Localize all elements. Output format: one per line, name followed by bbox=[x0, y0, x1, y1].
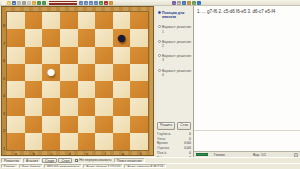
square-g3[interactable] bbox=[113, 98, 131, 115]
square-c4[interactable] bbox=[42, 81, 60, 98]
square-b6[interactable] bbox=[25, 47, 43, 64]
file-label-b: b bbox=[25, 151, 43, 155]
option-label: Вариант решения 1 bbox=[162, 25, 192, 33]
progress-text: Готово bbox=[214, 153, 225, 157]
square-f7[interactable] bbox=[95, 29, 113, 46]
square-e1[interactable] bbox=[78, 133, 96, 150]
square-d7[interactable] bbox=[60, 29, 78, 46]
square-d5[interactable] bbox=[60, 64, 78, 81]
square-h7[interactable] bbox=[130, 29, 148, 46]
board-squares: ●● bbox=[6, 11, 149, 151]
flip-board-icon[interactable]: ⇅ bbox=[109, 1, 113, 5]
square-e5[interactable] bbox=[78, 64, 96, 81]
analysis-icon[interactable]: ✦ bbox=[172, 1, 176, 5]
next-move-icon[interactable]: ▶ bbox=[89, 1, 93, 5]
square-h5[interactable] bbox=[130, 64, 148, 81]
position-eval-bars bbox=[49, 1, 77, 5]
copy-icon[interactable]: ❐ bbox=[27, 1, 31, 5]
square-a3[interactable] bbox=[7, 98, 25, 115]
solution-options-list: Позиция для анализаВариант решения 1Вари… bbox=[156, 11, 193, 77]
square-a6[interactable] bbox=[7, 47, 25, 64]
square-c8[interactable] bbox=[42, 12, 60, 29]
square-c5[interactable]: ● bbox=[42, 64, 60, 81]
radio-icon[interactable] bbox=[158, 25, 161, 28]
square-b3[interactable] bbox=[25, 98, 43, 115]
square-e8[interactable] bbox=[78, 12, 96, 29]
square-d2[interactable] bbox=[60, 116, 78, 133]
square-a1[interactable] bbox=[7, 133, 25, 150]
undo-icon[interactable]: ↶ bbox=[37, 1, 41, 5]
square-g5[interactable] bbox=[113, 64, 131, 81]
square-b8[interactable] bbox=[25, 12, 43, 29]
square-a2[interactable] bbox=[7, 116, 25, 133]
radio-icon[interactable] bbox=[158, 54, 161, 57]
open-folder-icon[interactable]: ▤ bbox=[7, 1, 11, 5]
file-labels: abcdefgh bbox=[7, 151, 150, 155]
database-icon[interactable]: ▦ bbox=[177, 1, 181, 5]
solve-button[interactable]: Решить bbox=[157, 122, 175, 130]
progress-right-text: Вар. 1/1 bbox=[253, 153, 266, 157]
square-g8[interactable] bbox=[113, 12, 131, 29]
square-h1[interactable] bbox=[130, 133, 148, 150]
option-label: Вариант решения 4 bbox=[162, 69, 192, 77]
settings-icon[interactable]: ⚒ bbox=[187, 1, 191, 5]
square-d1[interactable] bbox=[60, 133, 78, 150]
option-label: Вариант решения 2 bbox=[162, 40, 192, 48]
square-f2[interactable] bbox=[95, 116, 113, 133]
square-d3[interactable] bbox=[60, 98, 78, 115]
file-label-d: d bbox=[61, 151, 79, 155]
engine-icon[interactable]: ⚙ bbox=[182, 1, 186, 5]
square-f4[interactable] bbox=[95, 81, 113, 98]
status-cell-turn: Ход: белые bbox=[19, 164, 43, 169]
square-g7[interactable]: ● bbox=[113, 29, 131, 46]
square-a4[interactable] bbox=[7, 81, 25, 98]
square-b5[interactable] bbox=[25, 64, 43, 81]
radio-icon[interactable] bbox=[158, 40, 161, 43]
prev-move-icon[interactable]: ◀ bbox=[84, 1, 88, 5]
square-h6[interactable] bbox=[130, 47, 148, 64]
square-f3[interactable] bbox=[95, 98, 113, 115]
progress-bar bbox=[196, 153, 208, 156]
square-d4[interactable] bbox=[60, 81, 78, 98]
square-a8[interactable] bbox=[7, 12, 25, 29]
square-e6[interactable] bbox=[78, 47, 96, 64]
white-man-c5[interactable]: ● bbox=[46, 64, 56, 80]
option-item-1[interactable]: Позиция для анализа bbox=[158, 11, 192, 19]
play-icon[interactable]: ▶ bbox=[99, 1, 103, 5]
checkers-board: 87654321 abcdefgh ●● bbox=[1, 6, 154, 156]
square-f8[interactable] bbox=[95, 12, 113, 29]
square-b7[interactable] bbox=[25, 29, 43, 46]
square-g4[interactable] bbox=[113, 81, 131, 98]
save-icon[interactable]: ▣ bbox=[12, 1, 16, 5]
square-f6[interactable] bbox=[95, 47, 113, 64]
square-h8[interactable] bbox=[130, 12, 148, 29]
square-b2[interactable] bbox=[25, 116, 43, 133]
redo-icon[interactable]: ↷ bbox=[42, 1, 46, 5]
square-e4[interactable] bbox=[78, 81, 96, 98]
moves-list-icon[interactable]: ≡ bbox=[192, 1, 196, 5]
solver-buttons: Решить Стоп bbox=[157, 122, 191, 130]
option-item-2[interactable]: Вариант решения 1 bbox=[158, 25, 192, 33]
paste-icon[interactable]: ▨ bbox=[32, 1, 36, 5]
square-e7[interactable] bbox=[78, 29, 96, 46]
new-file-icon[interactable]: ▢ bbox=[2, 1, 6, 5]
panel-divider bbox=[194, 130, 300, 131]
first-move-icon[interactable]: ⏮ bbox=[79, 1, 83, 5]
square-c3[interactable] bbox=[42, 98, 60, 115]
print-icon[interactable]: ▥ bbox=[17, 1, 21, 5]
statusbar-row2: Готово Ход: белые РШ-64: подключена База… bbox=[0, 163, 300, 169]
status-cell-db-black: База: чёрные 8 (8:2,0) bbox=[124, 164, 166, 169]
resize-grip[interactable] bbox=[294, 153, 298, 157]
square-c1[interactable] bbox=[42, 133, 60, 150]
stop-button[interactable]: Стоп bbox=[177, 122, 191, 130]
square-b4[interactable] bbox=[25, 81, 43, 98]
status-cell-ready: Готово bbox=[1, 164, 18, 169]
square-g2[interactable] bbox=[113, 116, 131, 133]
square-c2[interactable] bbox=[42, 116, 60, 133]
status-cell-db-white: База: белые 1 (2:0,0) bbox=[83, 164, 123, 169]
no-redraw-checkbox[interactable]: ✓ bbox=[75, 159, 78, 162]
square-a5[interactable] bbox=[7, 64, 25, 81]
stop-icon[interactable]: ■ bbox=[104, 1, 108, 5]
square-e3[interactable] bbox=[78, 98, 96, 115]
option-item-5[interactable]: Вариант решения 4 bbox=[158, 69, 192, 77]
square-c6[interactable] bbox=[42, 47, 60, 64]
file-label-a: a bbox=[7, 151, 25, 155]
square-a7[interactable] bbox=[7, 29, 25, 46]
file-label-h: h bbox=[132, 151, 150, 155]
radio-icon[interactable] bbox=[158, 69, 161, 72]
status-cell-engine: РШ-64: подключена bbox=[44, 164, 82, 169]
square-e2[interactable] bbox=[78, 116, 96, 133]
cut-icon[interactable]: ✂ bbox=[22, 1, 26, 5]
move-list: 1. ... g7-f6 2. c5-d6 f6-e5 3. d6-c7 e5-… bbox=[194, 6, 300, 18]
last-move-icon[interactable]: ⏭ bbox=[94, 1, 98, 5]
square-h3[interactable] bbox=[130, 98, 148, 115]
file-label-c: c bbox=[43, 151, 61, 155]
square-c7[interactable] bbox=[42, 29, 60, 46]
square-g6[interactable] bbox=[113, 47, 131, 64]
square-d8[interactable] bbox=[60, 12, 78, 29]
black-man-g7[interactable]: ● bbox=[117, 30, 127, 46]
option-item-3[interactable]: Вариант решения 2 bbox=[158, 40, 192, 48]
square-f5[interactable] bbox=[95, 64, 113, 81]
option-item-4[interactable]: Вариант решения 3 bbox=[158, 54, 192, 62]
option-label: Позиция для анализа bbox=[162, 11, 192, 19]
file-label-f: f bbox=[96, 151, 114, 155]
help-icon[interactable]: ? bbox=[197, 1, 201, 5]
square-h4[interactable] bbox=[130, 81, 148, 98]
square-d6[interactable] bbox=[60, 47, 78, 64]
file-label-e: e bbox=[79, 151, 97, 155]
file-label-g: g bbox=[114, 151, 132, 155]
square-g1[interactable] bbox=[113, 133, 131, 150]
option-label: Вариант решения 3 bbox=[162, 54, 192, 62]
square-f1[interactable] bbox=[95, 133, 113, 150]
notation-panel[interactable]: 1. ... g7-f6 2. c5-d6 f6-e5 3. d6-c7 e5-… bbox=[193, 6, 300, 151]
radio-icon[interactable] bbox=[158, 11, 161, 14]
square-h2[interactable] bbox=[130, 116, 148, 133]
square-b1[interactable] bbox=[25, 133, 43, 150]
